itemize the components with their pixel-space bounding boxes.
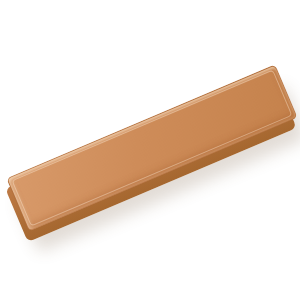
lego-plate [6,64,297,231]
product-image [0,0,300,300]
plate-top-face [6,64,297,231]
